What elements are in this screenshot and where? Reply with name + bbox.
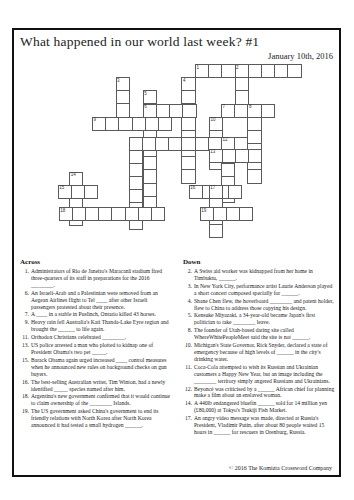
down-clues-list: 2.A Swiss aid worker was kidnapped from … [183, 268, 335, 436]
down-clue-14: 14.A 440lb endangered bluefin ______ sol… [183, 400, 335, 414]
across-clues-list: 1.Administrators of Rio de Janeiro's Mar… [20, 268, 172, 429]
clue-text: In New York City, performance artist Lau… [194, 283, 332, 296]
clue-text: Administrators of Rio de Janeiro's Marac… [31, 268, 162, 288]
down-clue-17: 17.An angry video message was made, dire… [183, 415, 335, 436]
grid-cell[interactable] [226, 207, 240, 221]
across-header: Across [20, 258, 172, 266]
clue-number: 1. [20, 268, 29, 275]
clue-number-badge: 1 [197, 65, 200, 70]
grid-cell[interactable] [208, 64, 222, 78]
clue-number-badge: 7 [223, 104, 226, 109]
grid-cell[interactable]: 16 [189, 185, 203, 199]
grid-cell[interactable] [181, 137, 195, 151]
grid-cell[interactable] [155, 137, 169, 151]
grid-cell[interactable] [145, 117, 159, 131]
clue-number: 7. [20, 311, 29, 318]
clue-number-badge: 13 [210, 149, 215, 154]
grid-cell[interactable] [72, 207, 86, 221]
grid-cell[interactable] [168, 137, 182, 151]
clue-text: An Israeli-Arab and a Palestinian were r… [31, 290, 158, 310]
clue-text: A ____ in a stable in Puslinch, Ontario … [31, 311, 156, 317]
clue-text: Heavy rain fell Australia's Kati Thanda-… [31, 319, 169, 332]
grid-cell[interactable] [228, 185, 242, 199]
down-clue-3: 3.In New York City, performance artist L… [183, 283, 335, 297]
word-19-across: 19 [200, 207, 254, 221]
clue-number-badge: 6 [144, 104, 147, 109]
clue-text: US police arrested a man who plotted to … [31, 342, 153, 355]
grid-cell[interactable] [182, 104, 196, 118]
grid-cell[interactable] [143, 156, 157, 170]
clue-number-badge: 18 [60, 208, 65, 213]
clue-number: 17. [183, 415, 192, 422]
grid-cell[interactable]: 5 [143, 90, 157, 104]
clue-number: 4. [183, 298, 192, 305]
grid-cell[interactable] [143, 183, 157, 197]
down-clue-11: 11.Coca-Cola attempted to wish its Russi… [183, 364, 335, 385]
grid-cell[interactable] [129, 137, 143, 151]
clue-number: 12. [183, 386, 192, 393]
grid-cell[interactable]: 17 [209, 185, 223, 199]
clue-number-badge: 15 [59, 185, 64, 190]
clue-number: 2. [183, 268, 192, 275]
grid-cell[interactable]: 4 [181, 77, 195, 91]
word-15-across: 15 [58, 185, 99, 199]
grid-cell[interactable] [222, 149, 236, 163]
clue-number: 5. [183, 312, 192, 319]
grid-cell[interactable]: 8 [247, 104, 261, 118]
across-clue-19: 19.The US government asked China's gover… [20, 408, 172, 429]
down-clue-8: 8.The founder of Utah-based dating site … [183, 327, 335, 341]
grid-cell[interactable] [129, 150, 143, 164]
clue-number: 16. [20, 379, 29, 386]
clue-number: 8. [183, 327, 192, 334]
grid-cell[interactable] [129, 189, 143, 203]
clue-number-badge: 3 [117, 78, 120, 83]
clue-number-badge: 10 [211, 117, 216, 122]
clue-number-badge: 8 [249, 104, 252, 109]
down-clue-4: 4.Shane Chen flew, the hoverboard ______… [183, 298, 335, 312]
grid-cell[interactable] [195, 137, 209, 151]
grid-cell[interactable] [247, 169, 261, 183]
clue-number: 18. [20, 393, 29, 400]
grid-cell[interactable] [151, 207, 165, 221]
clue-number-badge: 2 [236, 65, 239, 70]
grid-cell[interactable] [98, 207, 112, 221]
grid-cell[interactable] [138, 207, 152, 221]
clue-text: Coca-Cola attempted to wish its Russian … [194, 364, 330, 384]
grid-cell[interactable]: 10 [209, 117, 223, 131]
clue-number: 11. [183, 364, 192, 371]
grid-cell[interactable] [235, 149, 249, 163]
clue-number-badge: 9 [94, 117, 97, 122]
clue-text: A Swiss aid worker was kidnapped from he… [194, 268, 313, 281]
grid-cell[interactable] [85, 207, 99, 221]
grid-cell[interactable] [221, 64, 235, 78]
clue-number: 11. [20, 334, 29, 341]
grid-cell[interactable] [248, 149, 262, 163]
grid-cell[interactable] [239, 207, 253, 221]
across-clues-section: Across 1.Administrators of Rio de Janeir… [20, 258, 172, 430]
grid-cell[interactable] [71, 185, 85, 199]
clue-text: Shane Chen flew, the hoverboard ________… [194, 298, 334, 311]
grid-cell[interactable] [84, 185, 98, 199]
clue-text: Barack Obama again urged increased ____ … [31, 357, 167, 377]
across-clue-13: 13.US police arrested a man who plotted … [20, 342, 172, 356]
grid-cell[interactable]: 1 [195, 64, 209, 78]
grid-cell[interactable] [181, 117, 195, 131]
word-9-across: 9 [92, 117, 172, 131]
clue-text: Argentina's new government confirmed tha… [31, 393, 170, 406]
grid-cell[interactable] [129, 176, 143, 190]
clue-number-badge: 17 [210, 185, 215, 190]
clue-number: 14. [183, 400, 192, 407]
word-8-down: 8 [247, 104, 261, 184]
across-clue-11: 11.Orthodox Christians celebrated ______… [20, 334, 172, 341]
grid-cell[interactable] [247, 130, 261, 144]
clue-number-badge: 4 [183, 78, 186, 83]
word-4-down: 4 [181, 77, 195, 184]
grid-cell[interactable] [274, 64, 288, 78]
down-clue-10: 10.Michigan's State Governor, Rick Snyde… [183, 342, 335, 363]
clue-number: 3. [183, 283, 192, 290]
clue-number: 9. [20, 319, 29, 326]
grid-cell[interactable] [132, 117, 146, 131]
grid-cell[interactable] [181, 169, 195, 183]
grid-cell[interactable]: 13 [209, 149, 223, 163]
crossword-grid: 12345678910111213141516171819 [14, 30, 339, 245]
clue-number: 13. [20, 342, 29, 349]
word-13-across: 13 [209, 149, 263, 163]
across-clue-6: 6.An Israeli-Arab and a Palestinian were… [20, 290, 172, 311]
grid-cell[interactable] [125, 207, 139, 221]
grid-cell[interactable] [213, 207, 227, 221]
grid-cell[interactable] [261, 104, 275, 118]
grid-cell[interactable] [158, 117, 172, 131]
grid-cell[interactable] [247, 117, 261, 131]
grid-cell[interactable] [221, 163, 235, 177]
across-clue-16: 16.The best-selling Australian writer, T… [20, 379, 172, 393]
across-clue-18: 18.Argentina's new government confirmed … [20, 393, 172, 407]
grid-cell[interactable] [142, 137, 156, 151]
clue-text: Kensuke Miyazaki, a 34-year-old became J… [194, 312, 315, 325]
puzzle-sheet: What happened in our world last week? #1… [12, 28, 341, 477]
grid-cell[interactable] [248, 64, 262, 78]
grid-cell[interactable]: 3 [116, 77, 130, 91]
grid-cell[interactable] [111, 207, 125, 221]
grid-cell[interactable] [129, 163, 143, 177]
across-clue-1: 1.Administrators of Rio de Janeiro's Mar… [20, 268, 172, 289]
word-18-across: 18 [59, 207, 166, 221]
clue-text: Michigan's State Governor, Rick Snyder, … [194, 342, 328, 362]
clue-number: 6. [20, 290, 29, 297]
clue-text: Beyoncé was criticised by a ______ Afric… [194, 386, 334, 399]
footer-credit: © 2016 The Komizta Crossword Company [229, 465, 332, 471]
grid-cell[interactable]: 2 [235, 64, 249, 78]
clue-text: Orthodox Christians celebrated ________. [31, 334, 126, 340]
clue-number-badge: 19 [201, 208, 206, 213]
grid-cell[interactable] [105, 117, 119, 131]
clue-text: A 440lb endangered bluefin ______ sold f… [194, 400, 327, 413]
down-clue-12: 12.Beyoncé was criticised by a ______ Af… [183, 386, 335, 400]
page: { "game": "crossword", "header": { "titl… [0, 0, 354, 500]
grid-cell[interactable] [261, 64, 275, 78]
clue-text: The US government asked China's governme… [31, 408, 158, 428]
grid-cell[interactable] [181, 90, 195, 104]
grid-cell[interactable] [287, 64, 301, 78]
clue-number: 15. [20, 357, 29, 364]
grid-cell[interactable] [234, 104, 248, 118]
grid-cell[interactable] [235, 90, 249, 104]
grid-cell[interactable] [181, 156, 195, 170]
clue-text: An angry video message was made, directe… [194, 415, 324, 435]
grid-cell[interactable]: 18 [59, 207, 73, 221]
grid-cell[interactable] [118, 117, 132, 131]
down-header: Down [183, 258, 335, 266]
down-clues-section: Down 2.A Swiss aid worker was kidnapped … [183, 258, 335, 437]
grid-cell[interactable] [116, 90, 130, 104]
grid-cell[interactable]: 15 [58, 185, 72, 199]
down-clue-2: 2.A Swiss aid worker was kidnapped from … [183, 268, 335, 282]
clue-number-badge: 14 [71, 172, 76, 177]
grid-cell[interactable]: 19 [200, 207, 214, 221]
grid-cell[interactable] [235, 77, 249, 91]
clue-number: 10. [183, 342, 192, 349]
grid-cell[interactable] [209, 224, 223, 238]
clue-number-badge: 16 [190, 185, 195, 190]
clue-number-badge: 12 [223, 137, 228, 142]
across-clue-15: 15.Barack Obama again urged increased __… [20, 357, 172, 378]
clue-text: The founder of Utah-based dating site ca… [194, 327, 310, 340]
grid-cell[interactable] [143, 169, 157, 183]
grid-cell[interactable] [116, 103, 130, 117]
clue-number: 19. [20, 408, 29, 415]
grid-cell[interactable]: 9 [92, 117, 106, 131]
across-clue-7: 7.A ____ in a stable in Puslinch, Ontari… [20, 311, 172, 318]
clue-number-badge: 5 [144, 91, 147, 96]
clue-text: The best-selling Australian writer, Tim … [31, 379, 165, 392]
down-clue-5: 5.Kensuke Miyazaki, a 34-year-old became… [183, 312, 335, 326]
across-clue-9: 9.Heavy rain fell Australia's Kati Thand… [20, 319, 172, 333]
